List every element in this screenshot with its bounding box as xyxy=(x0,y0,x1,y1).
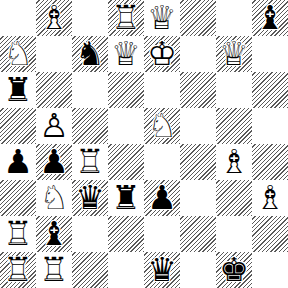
chess-board: ♝♗♜♖♛♕♝♞♘♞♛♕♚♔♛♕♜♟♙♞♘♟♟♜♖♝♗♞♘♛♜♟♝♗♜♖♝♜♖♜… xyxy=(0,0,288,288)
square-b3[interactable]: ♞♘ xyxy=(36,180,72,216)
square-b4[interactable]: ♟ xyxy=(36,144,72,180)
white-pawn-icon: ♟♙ xyxy=(36,108,72,144)
square-d4[interactable] xyxy=(108,144,144,180)
black-rook-icon: ♜ xyxy=(0,72,36,108)
square-f1[interactable] xyxy=(180,252,216,288)
white-pawn-glyph-outline: ♙ xyxy=(36,107,72,143)
square-b5[interactable]: ♟♙ xyxy=(36,108,72,144)
square-a1[interactable]: ♜♖ xyxy=(0,252,36,288)
white-knight-glyph-outline: ♘ xyxy=(36,179,72,215)
square-e5[interactable]: ♞♘ xyxy=(144,108,180,144)
square-c4[interactable]: ♜♖ xyxy=(72,144,108,180)
square-d1[interactable] xyxy=(108,252,144,288)
white-knight-icon: ♞♘ xyxy=(0,36,36,72)
square-e1[interactable]: ♛ xyxy=(144,252,180,288)
square-g1[interactable]: ♚ xyxy=(216,252,252,288)
white-rook-icon: ♜♖ xyxy=(36,252,72,288)
white-king-icon: ♚♔ xyxy=(144,36,180,72)
square-e4[interactable] xyxy=(144,144,180,180)
square-g6[interactable] xyxy=(216,72,252,108)
white-knight-glyph-fill: ♞ xyxy=(0,35,36,71)
black-queen-icon: ♛ xyxy=(72,180,108,216)
white-king-glyph-fill: ♚ xyxy=(144,35,180,71)
square-h1[interactable] xyxy=(252,252,288,288)
white-knight-glyph-fill: ♞ xyxy=(144,107,180,143)
square-g3[interactable] xyxy=(216,180,252,216)
square-f3[interactable] xyxy=(180,180,216,216)
square-a8[interactable] xyxy=(0,0,36,36)
square-b8[interactable]: ♝♗ xyxy=(36,0,72,36)
white-king-glyph-outline: ♔ xyxy=(144,35,180,71)
white-queen-glyph-outline: ♕ xyxy=(108,35,144,71)
square-e6[interactable] xyxy=(144,72,180,108)
square-c1[interactable] xyxy=(72,252,108,288)
square-f2[interactable] xyxy=(180,216,216,252)
square-h4[interactable] xyxy=(252,144,288,180)
square-d2[interactable] xyxy=(108,216,144,252)
black-pawn-glyph-fill: ♟ xyxy=(144,179,180,215)
square-g7[interactable]: ♛♕ xyxy=(216,36,252,72)
white-rook-icon: ♜♖ xyxy=(108,0,144,36)
square-f4[interactable] xyxy=(180,144,216,180)
white-rook-glyph-outline: ♖ xyxy=(108,0,144,35)
white-rook-glyph-fill: ♜ xyxy=(0,215,36,251)
square-h7[interactable] xyxy=(252,36,288,72)
square-a2[interactable]: ♜♖ xyxy=(0,216,36,252)
white-queen-glyph-fill: ♛ xyxy=(144,0,180,35)
square-a7[interactable]: ♞♘ xyxy=(0,36,36,72)
black-pawn-icon: ♟ xyxy=(36,144,72,180)
black-rook-glyph-fill: ♜ xyxy=(108,179,144,215)
black-pawn-glyph-fill: ♟ xyxy=(36,143,72,179)
square-e7[interactable]: ♚♔ xyxy=(144,36,180,72)
black-knight-icon: ♞ xyxy=(72,36,108,72)
white-bishop-glyph-fill: ♝ xyxy=(252,179,288,215)
white-rook-icon: ♜♖ xyxy=(72,144,108,180)
square-d8[interactable]: ♜♖ xyxy=(108,0,144,36)
black-pawn-icon: ♟ xyxy=(0,144,36,180)
white-bishop-glyph-fill: ♝ xyxy=(216,143,252,179)
square-b6[interactable] xyxy=(36,72,72,108)
white-rook-glyph-fill: ♜ xyxy=(72,143,108,179)
square-f7[interactable] xyxy=(180,36,216,72)
white-rook-glyph-fill: ♜ xyxy=(36,251,72,287)
square-e8[interactable]: ♛♕ xyxy=(144,0,180,36)
white-rook-glyph-outline: ♖ xyxy=(36,251,72,287)
white-queen-icon: ♛♕ xyxy=(108,36,144,72)
square-b1[interactable]: ♜♖ xyxy=(36,252,72,288)
black-pawn-glyph-fill: ♟ xyxy=(0,143,36,179)
white-rook-glyph-outline: ♖ xyxy=(0,251,36,287)
black-pawn-icon: ♟ xyxy=(144,180,180,216)
square-c2[interactable] xyxy=(72,216,108,252)
square-h6[interactable] xyxy=(252,72,288,108)
white-bishop-glyph-outline: ♗ xyxy=(216,143,252,179)
square-c5[interactable] xyxy=(72,108,108,144)
white-rook-glyph-outline: ♖ xyxy=(72,143,108,179)
white-rook-icon: ♜♖ xyxy=(0,252,36,288)
square-c8[interactable] xyxy=(72,0,108,36)
white-pawn-glyph-fill: ♟ xyxy=(36,107,72,143)
square-e2[interactable] xyxy=(144,216,180,252)
black-bishop-glyph-fill: ♝ xyxy=(252,0,288,35)
square-b7[interactable] xyxy=(36,36,72,72)
black-rook-glyph-fill: ♜ xyxy=(0,71,36,107)
chessboard-diagram: ♝♗♜♖♛♕♝♞♘♞♛♕♚♔♛♕♜♟♙♞♘♟♟♜♖♝♗♞♘♛♜♟♝♗♜♖♝♜♖♜… xyxy=(0,0,288,288)
black-king-glyph-fill: ♚ xyxy=(216,251,252,287)
white-queen-glyph-fill: ♛ xyxy=(108,35,144,71)
square-f6[interactable] xyxy=(180,72,216,108)
square-h3[interactable]: ♝♗ xyxy=(252,180,288,216)
white-rook-glyph-fill: ♜ xyxy=(0,251,36,287)
square-a5[interactable] xyxy=(0,108,36,144)
square-f8[interactable] xyxy=(180,0,216,36)
white-queen-icon: ♛♕ xyxy=(216,36,252,72)
square-c7[interactable]: ♞ xyxy=(72,36,108,72)
white-queen-glyph-outline: ♕ xyxy=(144,0,180,35)
black-bishop-icon: ♝ xyxy=(252,0,288,36)
square-e3[interactable]: ♟ xyxy=(144,180,180,216)
square-a6[interactable]: ♜ xyxy=(0,72,36,108)
square-c3[interactable]: ♛ xyxy=(72,180,108,216)
white-knight-glyph-outline: ♘ xyxy=(144,107,180,143)
square-h5[interactable] xyxy=(252,108,288,144)
white-knight-icon: ♞♘ xyxy=(36,180,72,216)
white-bishop-glyph-outline: ♗ xyxy=(36,0,72,35)
white-bishop-icon: ♝♗ xyxy=(36,0,72,36)
black-bishop-icon: ♝ xyxy=(36,216,72,252)
white-bishop-icon: ♝♗ xyxy=(252,180,288,216)
square-a3[interactable] xyxy=(0,180,36,216)
white-rook-glyph-fill: ♜ xyxy=(108,0,144,35)
square-c6[interactable] xyxy=(72,72,108,108)
black-rook-icon: ♜ xyxy=(108,180,144,216)
black-queen-glyph-fill: ♛ xyxy=(72,179,108,215)
square-d7[interactable]: ♛♕ xyxy=(108,36,144,72)
square-g5[interactable] xyxy=(216,108,252,144)
square-a4[interactable]: ♟ xyxy=(0,144,36,180)
white-rook-icon: ♜♖ xyxy=(0,216,36,252)
white-knight-icon: ♞♘ xyxy=(144,108,180,144)
white-bishop-icon: ♝♗ xyxy=(216,144,252,180)
square-g8[interactable] xyxy=(216,0,252,36)
square-b2[interactable]: ♝ xyxy=(36,216,72,252)
square-g4[interactable]: ♝♗ xyxy=(216,144,252,180)
white-bishop-glyph-outline: ♗ xyxy=(252,179,288,215)
square-h8[interactable]: ♝ xyxy=(252,0,288,36)
white-queen-glyph-fill: ♛ xyxy=(216,35,252,71)
white-bishop-glyph-fill: ♝ xyxy=(36,0,72,35)
white-queen-icon: ♛♕ xyxy=(144,0,180,36)
square-d5[interactable] xyxy=(108,108,144,144)
square-h2[interactable] xyxy=(252,216,288,252)
black-queen-glyph-fill: ♛ xyxy=(144,251,180,287)
black-king-icon: ♚ xyxy=(216,252,252,288)
square-d6[interactable] xyxy=(108,72,144,108)
white-knight-glyph-outline: ♘ xyxy=(0,35,36,71)
white-rook-glyph-outline: ♖ xyxy=(0,215,36,251)
black-knight-glyph-fill: ♞ xyxy=(72,35,108,71)
white-queen-glyph-outline: ♕ xyxy=(216,35,252,71)
white-knight-glyph-fill: ♞ xyxy=(36,179,72,215)
square-g2[interactable] xyxy=(216,216,252,252)
square-d3[interactable]: ♜ xyxy=(108,180,144,216)
black-queen-icon: ♛ xyxy=(144,252,180,288)
square-f5[interactable] xyxy=(180,108,216,144)
black-bishop-glyph-fill: ♝ xyxy=(36,215,72,251)
